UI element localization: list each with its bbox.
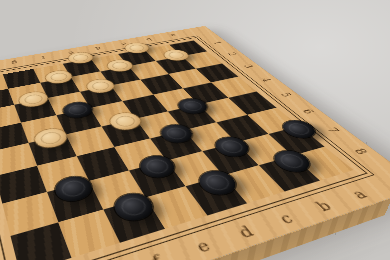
file-label-far-h: h: [0, 61, 1, 74]
photo-stage: hgfedcba hgfedcba 12345678 12345678: [0, 0, 390, 260]
file-label-f: f: [127, 242, 188, 260]
checker-white-e1[interactable]: [66, 51, 95, 65]
checker-black-d8[interactable]: [194, 168, 242, 198]
file-label-far-g: g: [0, 56, 31, 69]
file-label-far-a: a: [158, 30, 189, 40]
rank-label-left-8: 8: [0, 246, 8, 260]
file-label-far-f: f: [27, 52, 60, 64]
